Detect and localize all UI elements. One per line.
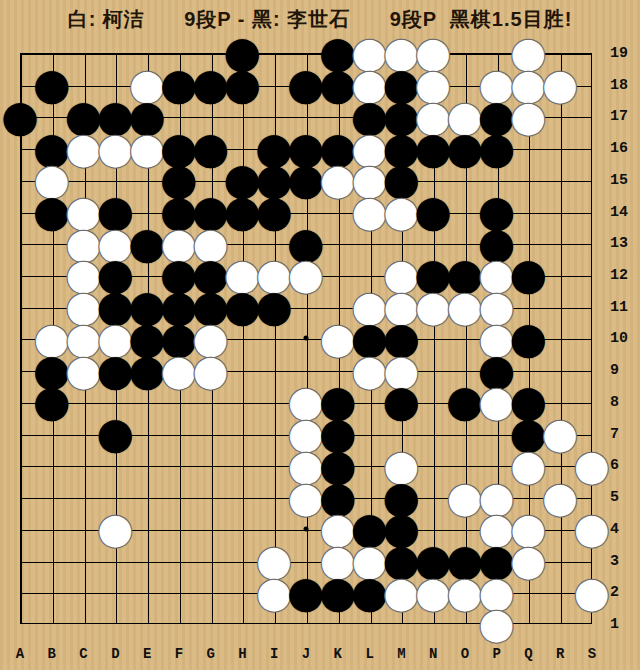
board-point-B19[interactable] xyxy=(36,37,68,69)
board-point-B5[interactable] xyxy=(36,481,68,513)
board-point-Q13[interactable] xyxy=(512,227,544,259)
board-point-C10[interactable]: ● xyxy=(68,323,100,355)
board-point-F2[interactable] xyxy=(163,576,195,608)
board-point-J6[interactable]: ● xyxy=(290,449,322,481)
board-point-S15[interactable] xyxy=(576,164,608,196)
board-point-R1[interactable] xyxy=(544,608,576,640)
board-point-M17[interactable]: ● xyxy=(385,101,417,133)
board-point-O8[interactable]: ● xyxy=(449,386,481,418)
board-point-K2[interactable]: ● xyxy=(322,576,354,608)
board-point-B6[interactable] xyxy=(36,449,68,481)
board-point-G4[interactable] xyxy=(195,513,227,545)
board-point-S18[interactable] xyxy=(576,69,608,101)
board-point-R18[interactable]: ● xyxy=(544,69,576,101)
board-point-B7[interactable] xyxy=(36,418,68,450)
board-point-Q4[interactable]: ● xyxy=(512,513,544,545)
board-point-F13[interactable]: ● xyxy=(163,227,195,259)
board-point-S4[interactable]: ● xyxy=(576,513,608,545)
board-point-R7[interactable]: ● xyxy=(544,418,576,450)
board-point-I1[interactable] xyxy=(258,608,290,640)
board-point-E9[interactable]: ● xyxy=(131,354,163,386)
board-point-O5[interactable]: ● xyxy=(449,481,481,513)
board-point-S17[interactable] xyxy=(576,101,608,133)
board-point-B1[interactable] xyxy=(36,608,68,640)
board-point-D17[interactable]: ● xyxy=(99,101,131,133)
board-point-D12[interactable]: ● xyxy=(99,259,131,291)
board-point-F3[interactable] xyxy=(163,545,195,577)
board-point-K3[interactable]: ● xyxy=(322,545,354,577)
board-point-N1[interactable] xyxy=(417,608,449,640)
board-point-S12[interactable] xyxy=(576,259,608,291)
board-point-Q1[interactable] xyxy=(512,608,544,640)
board-point-B13[interactable] xyxy=(36,227,68,259)
board-point-R14[interactable] xyxy=(544,196,576,228)
board-point-L16[interactable]: ● xyxy=(354,132,386,164)
board-point-O7[interactable] xyxy=(449,418,481,450)
board-point-S14[interactable] xyxy=(576,196,608,228)
board-point-I19[interactable] xyxy=(258,37,290,69)
board-point-R4[interactable] xyxy=(544,513,576,545)
board-point-K13[interactable] xyxy=(322,227,354,259)
board-point-H7[interactable] xyxy=(226,418,258,450)
board-point-L9[interactable]: ● xyxy=(354,354,386,386)
board-point-Q10[interactable]: ● xyxy=(512,323,544,355)
board-point-K8[interactable]: ● xyxy=(322,386,354,418)
board-point-O3[interactable]: ● xyxy=(449,545,481,577)
board-point-B11[interactable] xyxy=(36,291,68,323)
board-point-G18[interactable]: ● xyxy=(195,69,227,101)
board-point-O18[interactable] xyxy=(449,69,481,101)
board-point-A5[interactable] xyxy=(4,481,36,513)
board-point-F15[interactable]: ● xyxy=(163,164,195,196)
board-point-D18[interactable] xyxy=(99,69,131,101)
board-point-N4[interactable] xyxy=(417,513,449,545)
board-point-F9[interactable]: ● xyxy=(163,354,195,386)
board-point-D16[interactable]: ● xyxy=(99,132,131,164)
board-point-S8[interactable] xyxy=(576,386,608,418)
board-point-R16[interactable] xyxy=(544,132,576,164)
board-point-K9[interactable] xyxy=(322,354,354,386)
board-point-D5[interactable] xyxy=(99,481,131,513)
board-point-H15[interactable]: ● xyxy=(226,164,258,196)
board-point-O11[interactable]: ● xyxy=(449,291,481,323)
board-point-I7[interactable] xyxy=(258,418,290,450)
board-point-H10[interactable] xyxy=(226,323,258,355)
board-point-A16[interactable] xyxy=(4,132,36,164)
board-point-P18[interactable]: ● xyxy=(481,69,513,101)
board-point-M16[interactable]: ● xyxy=(385,132,417,164)
board-point-A13[interactable] xyxy=(4,227,36,259)
board-point-M1[interactable] xyxy=(385,608,417,640)
board-point-P9[interactable]: ● xyxy=(481,354,513,386)
board-point-D2[interactable] xyxy=(99,576,131,608)
board-point-K17[interactable] xyxy=(322,101,354,133)
board-point-P14[interactable]: ● xyxy=(481,196,513,228)
board-point-F19[interactable] xyxy=(163,37,195,69)
board-point-J16[interactable]: ● xyxy=(290,132,322,164)
board-point-N12[interactable]: ● xyxy=(417,259,449,291)
board-point-R3[interactable] xyxy=(544,545,576,577)
board-point-S19[interactable] xyxy=(576,37,608,69)
board-point-Q9[interactable] xyxy=(512,354,544,386)
board-point-O12[interactable]: ● xyxy=(449,259,481,291)
board-point-F16[interactable]: ● xyxy=(163,132,195,164)
board-point-B16[interactable]: ● xyxy=(36,132,68,164)
board-point-E3[interactable] xyxy=(131,545,163,577)
board-point-K12[interactable] xyxy=(322,259,354,291)
board-point-H13[interactable] xyxy=(226,227,258,259)
board-point-M11[interactable]: ● xyxy=(385,291,417,323)
board-point-D6[interactable] xyxy=(99,449,131,481)
board-point-E16[interactable]: ● xyxy=(131,132,163,164)
board-point-P7[interactable] xyxy=(481,418,513,450)
board-point-C16[interactable]: ● xyxy=(68,132,100,164)
board-point-C18[interactable] xyxy=(68,69,100,101)
board-point-R13[interactable] xyxy=(544,227,576,259)
board-point-C7[interactable] xyxy=(68,418,100,450)
board-point-O15[interactable] xyxy=(449,164,481,196)
board-point-E11[interactable]: ● xyxy=(131,291,163,323)
board-point-G15[interactable] xyxy=(195,164,227,196)
board-point-A1[interactable] xyxy=(4,608,36,640)
board-point-Q17[interactable]: ● xyxy=(512,101,544,133)
board-point-N19[interactable]: ● xyxy=(417,37,449,69)
board-point-A15[interactable] xyxy=(4,164,36,196)
board-point-E7[interactable] xyxy=(131,418,163,450)
board-point-C11[interactable]: ● xyxy=(68,291,100,323)
board-point-I3[interactable]: ● xyxy=(258,545,290,577)
board-point-M14[interactable]: ● xyxy=(385,196,417,228)
board-point-G13[interactable]: ● xyxy=(195,227,227,259)
board-point-B17[interactable] xyxy=(36,101,68,133)
board-point-N11[interactable]: ● xyxy=(417,291,449,323)
board-point-L1[interactable] xyxy=(354,608,386,640)
board-point-F17[interactable] xyxy=(163,101,195,133)
board-point-I17[interactable] xyxy=(258,101,290,133)
board-point-A6[interactable] xyxy=(4,449,36,481)
board-point-A14[interactable] xyxy=(4,196,36,228)
board-point-O1[interactable] xyxy=(449,608,481,640)
board-point-I10[interactable] xyxy=(258,323,290,355)
board-point-J18[interactable]: ● xyxy=(290,69,322,101)
board-point-P17[interactable]: ● xyxy=(481,101,513,133)
board-point-H11[interactable]: ● xyxy=(226,291,258,323)
board-point-M3[interactable]: ● xyxy=(385,545,417,577)
board-point-M2[interactable]: ● xyxy=(385,576,417,608)
board-point-H6[interactable] xyxy=(226,449,258,481)
board-point-O14[interactable] xyxy=(449,196,481,228)
board-point-D14[interactable]: ● xyxy=(99,196,131,228)
board-point-J7[interactable]: ● xyxy=(290,418,322,450)
board-point-J14[interactable] xyxy=(290,196,322,228)
board-point-H1[interactable] xyxy=(226,608,258,640)
board-point-P3[interactable]: ● xyxy=(481,545,513,577)
board-point-I8[interactable] xyxy=(258,386,290,418)
board-point-B2[interactable] xyxy=(36,576,68,608)
board-point-H17[interactable] xyxy=(226,101,258,133)
board-point-A19[interactable] xyxy=(4,37,36,69)
board-point-L17[interactable]: ● xyxy=(354,101,386,133)
board-point-L12[interactable] xyxy=(354,259,386,291)
board-point-P11[interactable]: ● xyxy=(481,291,513,323)
board-point-P12[interactable]: ● xyxy=(481,259,513,291)
board-point-E8[interactable] xyxy=(131,386,163,418)
board-point-R15[interactable] xyxy=(544,164,576,196)
board-point-L15[interactable]: ● xyxy=(354,164,386,196)
board-point-J19[interactable] xyxy=(290,37,322,69)
board-point-P1[interactable]: ● xyxy=(481,608,513,640)
board-point-Q16[interactable] xyxy=(512,132,544,164)
board-point-I15[interactable]: ● xyxy=(258,164,290,196)
board-point-O16[interactable]: ● xyxy=(449,132,481,164)
board-point-P13[interactable]: ● xyxy=(481,227,513,259)
board-point-G5[interactable] xyxy=(195,481,227,513)
board-point-N17[interactable]: ● xyxy=(417,101,449,133)
board-point-F10[interactable]: ● xyxy=(163,323,195,355)
board-point-D11[interactable]: ● xyxy=(99,291,131,323)
board-point-O10[interactable] xyxy=(449,323,481,355)
board-point-G1[interactable] xyxy=(195,608,227,640)
board-point-I16[interactable]: ● xyxy=(258,132,290,164)
board-point-L3[interactable]: ● xyxy=(354,545,386,577)
board-point-M6[interactable]: ● xyxy=(385,449,417,481)
board-point-J2[interactable]: ● xyxy=(290,576,322,608)
board-point-H2[interactable] xyxy=(226,576,258,608)
board-point-G12[interactable]: ● xyxy=(195,259,227,291)
board-point-E19[interactable] xyxy=(131,37,163,69)
board-point-N15[interactable] xyxy=(417,164,449,196)
board-point-N8[interactable] xyxy=(417,386,449,418)
board-point-I9[interactable] xyxy=(258,354,290,386)
board-point-K4[interactable]: ● xyxy=(322,513,354,545)
board-point-B10[interactable]: ● xyxy=(36,323,68,355)
board-point-A2[interactable] xyxy=(4,576,36,608)
board-point-R11[interactable] xyxy=(544,291,576,323)
board-point-E4[interactable] xyxy=(131,513,163,545)
board-point-L10[interactable]: ● xyxy=(354,323,386,355)
board-point-H14[interactable]: ● xyxy=(226,196,258,228)
board-point-L4[interactable]: ● xyxy=(354,513,386,545)
board-point-C1[interactable] xyxy=(68,608,100,640)
board-point-I4[interactable] xyxy=(258,513,290,545)
board-point-J5[interactable]: ● xyxy=(290,481,322,513)
board-point-A12[interactable] xyxy=(4,259,36,291)
board-point-D10[interactable]: ● xyxy=(99,323,131,355)
board-point-L11[interactable]: ● xyxy=(354,291,386,323)
board-point-B9[interactable]: ● xyxy=(36,354,68,386)
board-point-C19[interactable] xyxy=(68,37,100,69)
board-point-M9[interactable]: ● xyxy=(385,354,417,386)
board-point-R12[interactable] xyxy=(544,259,576,291)
board-point-N18[interactable]: ● xyxy=(417,69,449,101)
board-point-A17[interactable]: ● xyxy=(4,101,36,133)
board-point-K19[interactable]: ● xyxy=(322,37,354,69)
board-point-S16[interactable] xyxy=(576,132,608,164)
board-point-B12[interactable] xyxy=(36,259,68,291)
board-point-K14[interactable] xyxy=(322,196,354,228)
board-point-J10[interactable] xyxy=(290,323,322,355)
board-point-J11[interactable] xyxy=(290,291,322,323)
board-point-B18[interactable]: ● xyxy=(36,69,68,101)
board-point-O9[interactable] xyxy=(449,354,481,386)
board-point-K5[interactable]: ● xyxy=(322,481,354,513)
board-point-E6[interactable] xyxy=(131,449,163,481)
board-point-A18[interactable] xyxy=(4,69,36,101)
board-point-A11[interactable] xyxy=(4,291,36,323)
board-point-M12[interactable]: ● xyxy=(385,259,417,291)
board-point-Q15[interactable] xyxy=(512,164,544,196)
board-point-D9[interactable]: ● xyxy=(99,354,131,386)
board-point-F6[interactable] xyxy=(163,449,195,481)
board-point-H19[interactable]: ● xyxy=(226,37,258,69)
board-point-C8[interactable] xyxy=(68,386,100,418)
board-point-J13[interactable]: ● xyxy=(290,227,322,259)
board-point-R8[interactable] xyxy=(544,386,576,418)
board-point-P8[interactable]: ● xyxy=(481,386,513,418)
board-point-O17[interactable]: ● xyxy=(449,101,481,133)
board-point-K7[interactable]: ● xyxy=(322,418,354,450)
board-point-Q18[interactable]: ● xyxy=(512,69,544,101)
board-point-N5[interactable] xyxy=(417,481,449,513)
board-point-A10[interactable] xyxy=(4,323,36,355)
board-point-N6[interactable] xyxy=(417,449,449,481)
board-point-C13[interactable]: ● xyxy=(68,227,100,259)
board-point-J17[interactable] xyxy=(290,101,322,133)
board-point-C9[interactable]: ● xyxy=(68,354,100,386)
board-point-F18[interactable]: ● xyxy=(163,69,195,101)
board-point-H3[interactable] xyxy=(226,545,258,577)
board-point-G7[interactable] xyxy=(195,418,227,450)
board-point-A3[interactable] xyxy=(4,545,36,577)
board-point-C12[interactable]: ● xyxy=(68,259,100,291)
board-point-F5[interactable] xyxy=(163,481,195,513)
board-point-I12[interactable]: ● xyxy=(258,259,290,291)
board-point-E17[interactable]: ● xyxy=(131,101,163,133)
board-point-P15[interactable] xyxy=(481,164,513,196)
board-point-H5[interactable] xyxy=(226,481,258,513)
board-point-J1[interactable] xyxy=(290,608,322,640)
board-point-D1[interactable] xyxy=(99,608,131,640)
board-point-O4[interactable] xyxy=(449,513,481,545)
board-point-K16[interactable]: ● xyxy=(322,132,354,164)
board-point-Q11[interactable] xyxy=(512,291,544,323)
board-point-L14[interactable]: ● xyxy=(354,196,386,228)
board-point-S5[interactable] xyxy=(576,481,608,513)
board-point-S10[interactable] xyxy=(576,323,608,355)
board-point-K10[interactable]: ● xyxy=(322,323,354,355)
board-point-G8[interactable] xyxy=(195,386,227,418)
board-point-A9[interactable] xyxy=(4,354,36,386)
board-point-F4[interactable] xyxy=(163,513,195,545)
board-point-C2[interactable] xyxy=(68,576,100,608)
board-point-I6[interactable] xyxy=(258,449,290,481)
board-point-R17[interactable] xyxy=(544,101,576,133)
board-point-F8[interactable] xyxy=(163,386,195,418)
board-point-N9[interactable] xyxy=(417,354,449,386)
board-point-C15[interactable] xyxy=(68,164,100,196)
board-point-L6[interactable] xyxy=(354,449,386,481)
board-point-K1[interactable] xyxy=(322,608,354,640)
board-point-P10[interactable]: ● xyxy=(481,323,513,355)
board-point-I2[interactable]: ● xyxy=(258,576,290,608)
board-point-G6[interactable] xyxy=(195,449,227,481)
board-point-P19[interactable] xyxy=(481,37,513,69)
board-point-M18[interactable]: ● xyxy=(385,69,417,101)
board-point-I14[interactable]: ● xyxy=(258,196,290,228)
board-point-O2[interactable]: ● xyxy=(449,576,481,608)
board-point-C4[interactable] xyxy=(68,513,100,545)
board-point-S7[interactable] xyxy=(576,418,608,450)
board-point-E5[interactable] xyxy=(131,481,163,513)
board-point-G3[interactable] xyxy=(195,545,227,577)
board-point-R19[interactable] xyxy=(544,37,576,69)
board-point-A8[interactable] xyxy=(4,386,36,418)
board-point-Q2[interactable] xyxy=(512,576,544,608)
board-point-G14[interactable]: ● xyxy=(195,196,227,228)
board-point-Q14[interactable] xyxy=(512,196,544,228)
board-point-J8[interactable]: ● xyxy=(290,386,322,418)
board-point-F1[interactable] xyxy=(163,608,195,640)
board-point-M7[interactable] xyxy=(385,418,417,450)
board-point-H16[interactable] xyxy=(226,132,258,164)
board-point-C5[interactable] xyxy=(68,481,100,513)
board-point-E10[interactable]: ● xyxy=(131,323,163,355)
board-point-N7[interactable] xyxy=(417,418,449,450)
board-point-P6[interactable] xyxy=(481,449,513,481)
board-point-G9[interactable]: ● xyxy=(195,354,227,386)
board-point-S2[interactable]: ● xyxy=(576,576,608,608)
board-point-I11[interactable]: ● xyxy=(258,291,290,323)
board-point-S6[interactable]: ● xyxy=(576,449,608,481)
board-point-B3[interactable] xyxy=(36,545,68,577)
board-point-D4[interactable]: ● xyxy=(99,513,131,545)
board-point-L18[interactable]: ● xyxy=(354,69,386,101)
board-point-L19[interactable]: ● xyxy=(354,37,386,69)
board-point-D15[interactable] xyxy=(99,164,131,196)
board-point-S11[interactable] xyxy=(576,291,608,323)
board-point-H4[interactable] xyxy=(226,513,258,545)
board-point-D7[interactable]: ● xyxy=(99,418,131,450)
board-point-P4[interactable]: ● xyxy=(481,513,513,545)
board-point-E15[interactable] xyxy=(131,164,163,196)
board-point-G10[interactable]: ● xyxy=(195,323,227,355)
board-point-Q12[interactable]: ● xyxy=(512,259,544,291)
board-point-C6[interactable] xyxy=(68,449,100,481)
board-point-H12[interactable]: ● xyxy=(226,259,258,291)
board-point-J12[interactable]: ● xyxy=(290,259,322,291)
board-point-M19[interactable]: ● xyxy=(385,37,417,69)
board-point-J15[interactable]: ● xyxy=(290,164,322,196)
board-point-K6[interactable]: ● xyxy=(322,449,354,481)
board-point-P16[interactable]: ● xyxy=(481,132,513,164)
board-point-I5[interactable] xyxy=(258,481,290,513)
board-point-R5[interactable]: ● xyxy=(544,481,576,513)
board-point-E14[interactable] xyxy=(131,196,163,228)
board-point-Q5[interactable] xyxy=(512,481,544,513)
board-point-Q6[interactable]: ● xyxy=(512,449,544,481)
board-point-D8[interactable] xyxy=(99,386,131,418)
board-point-K11[interactable] xyxy=(322,291,354,323)
board-point-B15[interactable]: ● xyxy=(36,164,68,196)
board-point-N10[interactable] xyxy=(417,323,449,355)
board-point-N14[interactable]: ● xyxy=(417,196,449,228)
board-point-E2[interactable] xyxy=(131,576,163,608)
board-point-B14[interactable]: ● xyxy=(36,196,68,228)
board-point-S1[interactable] xyxy=(576,608,608,640)
board-point-P5[interactable]: ● xyxy=(481,481,513,513)
board-point-L7[interactable] xyxy=(354,418,386,450)
board-point-O6[interactable] xyxy=(449,449,481,481)
